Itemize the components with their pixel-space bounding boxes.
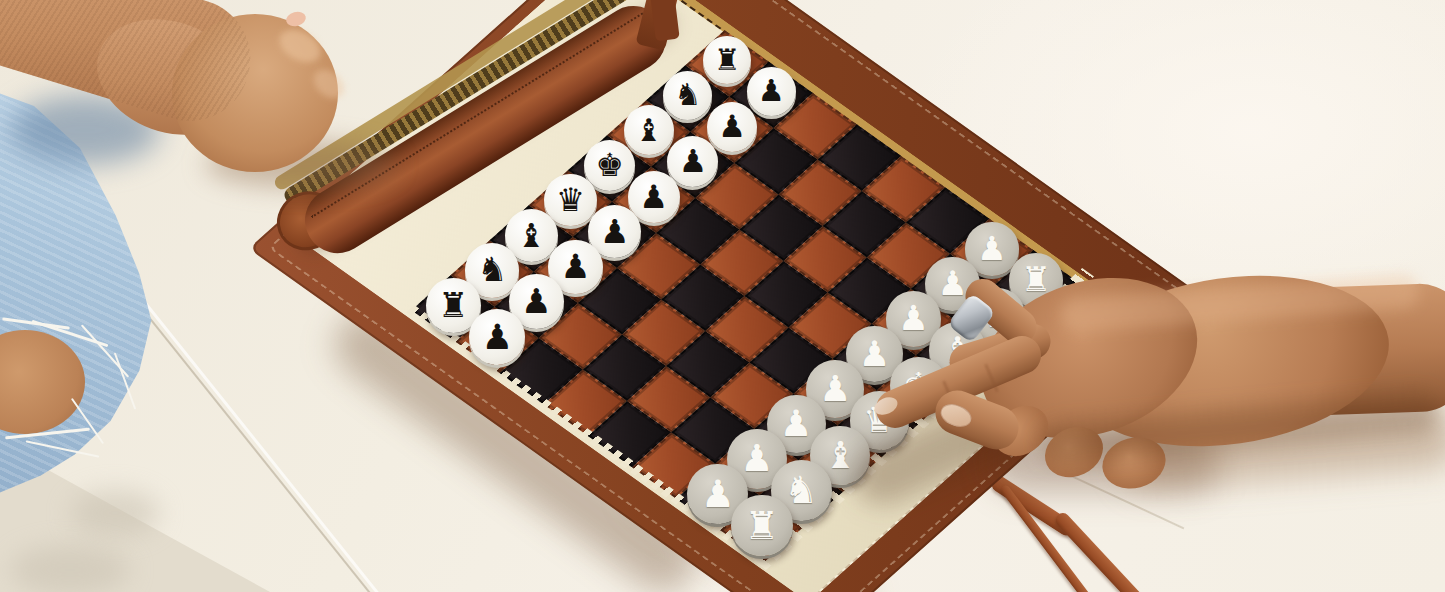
photo-stage: ♜♞♝♛♚♝♞♜♟♟♟♟♟♟♟♟♜♞♝♛♚♝♞♜♟♟♟♟♟♟♟♟ <box>0 0 1445 592</box>
floor-smudge <box>10 545 130 592</box>
zipper-pull-strap-fold <box>650 0 679 41</box>
floor-smudge <box>70 490 160 536</box>
